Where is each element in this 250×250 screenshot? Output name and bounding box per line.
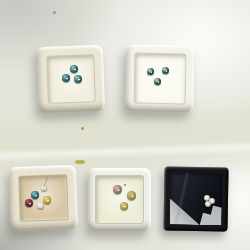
- green-teal-diamond: [147, 68, 154, 75]
- gem-box-black: [163, 166, 228, 231]
- photo-scene: [0, 0, 250, 250]
- green-teal-diamond: [154, 78, 161, 85]
- yellow-diamond: [43, 196, 51, 204]
- table-stain: [75, 160, 85, 164]
- gem-box-bottom-middle-window: [95, 175, 144, 224]
- white-diamond: [37, 202, 44, 209]
- teal-blue-diamond: [62, 74, 70, 82]
- yellow-diamond: [120, 202, 128, 210]
- teal-blue-diamond: [74, 75, 82, 83]
- champagne-brown-diamond: [113, 185, 122, 194]
- table-speck: [124, 184, 126, 186]
- table-speck: [81, 127, 84, 130]
- dark-red-garnet: [25, 199, 33, 207]
- gem-box-top-left: [37, 45, 105, 113]
- table-speck: [53, 11, 56, 14]
- gem-box-top-left-window: [46, 54, 96, 104]
- white-rough-diamond: [205, 201, 211, 207]
- green-teal-diamond: [162, 67, 169, 74]
- teal-blue-diamond: [31, 191, 39, 199]
- olive-yellow-diamond: [127, 191, 136, 200]
- teal-blue-diamond: [70, 65, 78, 73]
- gem-box-bottom-middle: [88, 168, 151, 231]
